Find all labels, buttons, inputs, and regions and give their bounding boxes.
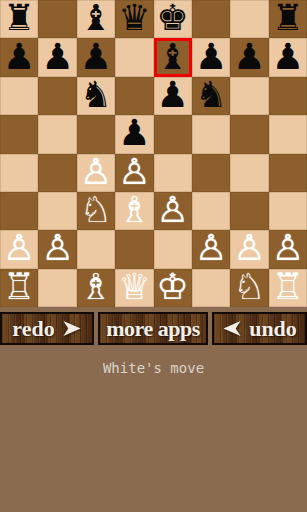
square-g1[interactable]: ♘ [230,269,268,307]
square-e7[interactable]: ♝ [154,38,192,76]
piece-black-rook[interactable]: ♜ [272,0,304,36]
piece-black-knight[interactable]: ♞ [80,77,112,113]
piece-black-pawn[interactable]: ♟ [272,39,304,75]
square-b8[interactable] [38,0,76,38]
square-c1[interactable]: ♗ [77,269,115,307]
chess-board: ♜♝♛♚♜♟♟♟♝♟♟♟♞♟♞♟♙♙♘♗♙♙♙♙♙♙♖♗♕♔♘♖ [0,0,307,307]
piece-black-pawn[interactable]: ♟ [3,39,35,75]
square-a6[interactable] [0,77,38,115]
square-c3[interactable]: ♘ [77,192,115,230]
square-a2[interactable]: ♙ [0,230,38,268]
square-a8[interactable]: ♜ [0,0,38,38]
more-apps-button[interactable]: more apps [98,312,208,345]
piece-white-bishop[interactable]: ♗ [118,192,150,228]
arrow-left-icon [222,321,242,336]
piece-black-king[interactable]: ♚ [157,0,189,36]
square-b3[interactable] [38,192,76,230]
square-g4[interactable] [230,154,268,192]
square-a3[interactable] [0,192,38,230]
square-f3[interactable] [192,192,230,230]
square-c2[interactable] [77,230,115,268]
square-h2[interactable]: ♙ [269,230,307,268]
redo-label: redo [12,316,54,342]
square-d5[interactable]: ♟ [115,115,153,153]
square-b4[interactable] [38,154,76,192]
more-apps-label: more apps [106,316,200,342]
square-f6[interactable]: ♞ [192,77,230,115]
square-f7[interactable]: ♟ [192,38,230,76]
piece-white-bishop[interactable]: ♗ [80,269,112,305]
redo-button[interactable]: redo [0,312,94,345]
piece-white-queen[interactable]: ♕ [118,269,150,305]
piece-white-knight[interactable]: ♘ [233,269,265,305]
piece-black-knight[interactable]: ♞ [195,77,227,113]
piece-black-rook[interactable]: ♜ [3,0,35,36]
piece-white-rook[interactable]: ♖ [3,269,35,305]
square-h7[interactable]: ♟ [269,38,307,76]
square-e2[interactable] [154,230,192,268]
piece-black-pawn[interactable]: ♟ [80,39,112,75]
square-g5[interactable] [230,115,268,153]
piece-white-pawn[interactable]: ♙ [157,192,189,228]
square-a5[interactable] [0,115,38,153]
square-h3[interactable] [269,192,307,230]
square-f1[interactable] [192,269,230,307]
piece-white-pawn[interactable]: ♙ [233,230,265,266]
square-c5[interactable] [77,115,115,153]
piece-black-bishop[interactable]: ♝ [80,0,112,36]
square-e3[interactable]: ♙ [154,192,192,230]
square-a7[interactable]: ♟ [0,38,38,76]
square-d1[interactable]: ♕ [115,269,153,307]
piece-white-pawn[interactable]: ♙ [3,230,35,266]
chess-app: ♜♝♛♚♜♟♟♟♝♟♟♟♞♟♞♟♙♙♘♗♙♙♙♙♙♙♖♗♕♔♘♖ redo mo… [0,0,307,512]
square-d4[interactable]: ♙ [115,154,153,192]
square-f4[interactable] [192,154,230,192]
square-f5[interactable] [192,115,230,153]
status-text: White's move [0,360,307,376]
square-b2[interactable]: ♙ [38,230,76,268]
square-d6[interactable] [115,77,153,115]
square-c8[interactable]: ♝ [77,0,115,38]
piece-black-bishop[interactable]: ♝ [157,39,189,75]
piece-white-rook[interactable]: ♖ [272,269,304,305]
piece-white-pawn[interactable]: ♙ [80,154,112,190]
piece-black-pawn[interactable]: ♟ [233,39,265,75]
square-f8[interactable] [192,0,230,38]
square-g2[interactable]: ♙ [230,230,268,268]
square-e6[interactable]: ♟ [154,77,192,115]
square-g8[interactable] [230,0,268,38]
piece-white-pawn[interactable]: ♙ [272,230,304,266]
square-c6[interactable]: ♞ [77,77,115,115]
square-a1[interactable]: ♖ [0,269,38,307]
piece-white-king[interactable]: ♔ [157,269,189,305]
square-b1[interactable] [38,269,76,307]
square-g3[interactable] [230,192,268,230]
square-d2[interactable] [115,230,153,268]
piece-black-queen[interactable]: ♛ [118,0,150,36]
square-g7[interactable]: ♟ [230,38,268,76]
piece-black-pawn[interactable]: ♟ [157,77,189,113]
square-h4[interactable] [269,154,307,192]
square-c7[interactable]: ♟ [77,38,115,76]
square-d8[interactable]: ♛ [115,0,153,38]
piece-white-pawn[interactable]: ♙ [41,230,73,266]
controls-bar: redo more apps undo [0,312,307,345]
undo-button[interactable]: undo [212,312,307,345]
square-c4[interactable]: ♙ [77,154,115,192]
square-e8[interactable]: ♚ [154,0,192,38]
square-e4[interactable] [154,154,192,192]
undo-label: undo [249,316,297,342]
square-e5[interactable] [154,115,192,153]
square-h5[interactable] [269,115,307,153]
square-h8[interactable]: ♜ [269,0,307,38]
square-g6[interactable] [230,77,268,115]
square-h6[interactable] [269,77,307,115]
square-d7[interactable] [115,38,153,76]
square-b5[interactable] [38,115,76,153]
arrow-right-icon [62,321,82,336]
square-b7[interactable]: ♟ [38,38,76,76]
square-a4[interactable] [0,154,38,192]
piece-black-pawn[interactable]: ♟ [118,115,150,151]
piece-white-pawn[interactable]: ♙ [195,230,227,266]
piece-white-pawn[interactable]: ♙ [118,154,150,190]
piece-black-pawn[interactable]: ♟ [195,39,227,75]
square-h1[interactable]: ♖ [269,269,307,307]
square-d3[interactable]: ♗ [115,192,153,230]
square-f2[interactable]: ♙ [192,230,230,268]
square-e1[interactable]: ♔ [154,269,192,307]
square-b6[interactable] [38,77,76,115]
piece-white-knight[interactable]: ♘ [80,192,112,228]
piece-black-pawn[interactable]: ♟ [41,39,73,75]
